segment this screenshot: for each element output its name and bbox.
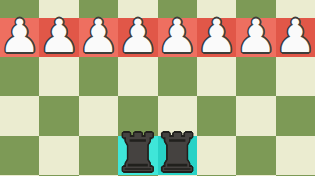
white-pawn[interactable]: ♟	[0, 13, 40, 59]
square-d4[interactable]: ♜	[118, 136, 157, 175]
square-g5[interactable]	[236, 96, 275, 135]
square-f7[interactable]: ♟	[197, 18, 236, 57]
square-g4[interactable]	[236, 136, 275, 175]
square-a5[interactable]	[0, 96, 39, 135]
square-g3[interactable]	[236, 175, 275, 176]
white-pawn[interactable]: ♟	[117, 13, 158, 59]
square-h3[interactable]	[276, 175, 315, 176]
square-a3[interactable]	[0, 175, 39, 176]
square-d7[interactable]: ♟	[118, 18, 157, 57]
square-h7[interactable]: ♟	[276, 18, 315, 57]
square-f5[interactable]	[197, 96, 236, 135]
square-h4[interactable]	[276, 136, 315, 175]
square-f4[interactable]	[197, 136, 236, 175]
square-c7[interactable]: ♟	[79, 18, 118, 57]
square-b3[interactable]	[39, 175, 78, 176]
square-a4[interactable]	[0, 136, 39, 175]
white-pawn[interactable]: ♟	[235, 13, 276, 59]
white-pawn[interactable]: ♟	[38, 13, 79, 59]
white-pawn[interactable]: ♟	[157, 13, 198, 59]
square-c5[interactable]	[79, 96, 118, 135]
black-rook[interactable]: ♜	[154, 127, 201, 176]
square-e7[interactable]: ♟	[158, 18, 197, 57]
square-g7[interactable]: ♟	[236, 18, 275, 57]
white-pawn[interactable]: ♟	[275, 13, 315, 59]
chess-board: ♟♟♟♟♟♟♟♟♜♜	[0, 0, 315, 176]
square-b5[interactable]	[39, 96, 78, 135]
square-c4[interactable]	[79, 136, 118, 175]
square-a7[interactable]: ♟	[0, 18, 39, 57]
square-e4[interactable]: ♜	[158, 136, 197, 175]
square-f3[interactable]	[197, 175, 236, 176]
white-pawn[interactable]: ♟	[196, 13, 237, 59]
square-b4[interactable]	[39, 136, 78, 175]
square-h5[interactable]	[276, 96, 315, 135]
white-pawn[interactable]: ♟	[78, 13, 119, 59]
square-c3[interactable]	[79, 175, 118, 176]
square-b7[interactable]: ♟	[39, 18, 78, 57]
board-viewport: ♟♟♟♟♟♟♟♟♜♜	[0, 0, 315, 176]
